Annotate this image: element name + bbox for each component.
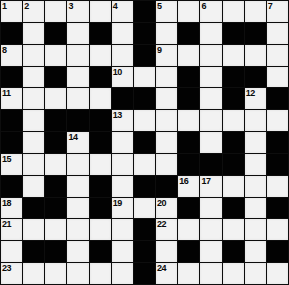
black-cell-r11c2 [45,241,66,262]
clue-number-21: 21 [2,219,11,229]
clue-number-24: 24 [157,263,166,273]
white-cell-r11c0[interactable] [1,241,22,262]
white-cell-r2c8[interactable] [178,45,199,66]
white-cell-r10c9[interactable] [200,219,221,240]
white-cell-r0c9[interactable]: 6 [200,1,221,22]
white-cell-r3c1[interactable] [23,67,44,88]
white-cell-r12c8[interactable] [178,263,199,284]
black-cell-r6c8 [178,132,199,153]
white-cell-r12c3[interactable] [67,263,88,284]
black-cell-r6c2 [45,132,66,153]
black-cell-r4c5 [112,88,133,109]
clue-number-8: 8 [2,45,7,55]
white-cell-r3c3[interactable] [67,67,88,88]
black-cell-r3c0 [1,67,22,88]
black-cell-r6c12 [267,132,288,153]
white-cell-r0c3[interactable]: 3 [67,1,88,22]
black-cell-r6c0 [1,132,22,153]
black-cell-r7c8 [178,154,199,175]
white-cell-r12c10[interactable] [223,263,244,284]
white-cell-r3c12[interactable] [267,67,288,88]
black-cell-r1c10 [223,23,244,44]
white-cell-r4c9[interactable] [200,88,221,109]
black-cell-r3c10 [223,67,244,88]
white-cell-r11c11[interactable] [245,241,266,262]
white-cell-r9c7[interactable]: 20 [156,198,177,219]
white-cell-r12c11[interactable] [245,263,266,284]
black-cell-r8c2 [45,176,66,197]
white-cell-r11c9[interactable] [200,241,221,262]
white-cell-r8c1[interactable] [23,176,44,197]
white-cell-r11c7[interactable] [156,241,177,262]
white-cell-r7c6[interactable] [134,154,155,175]
black-cell-r11c12 [267,241,288,262]
clue-number-10: 10 [113,67,122,77]
clue-number-14: 14 [68,132,77,142]
white-cell-r2c1[interactable] [23,45,44,66]
white-cell-r0c11[interactable] [245,1,266,22]
white-cell-r0c7[interactable]: 5 [156,1,177,22]
white-cell-r1c9[interactable] [200,23,221,44]
white-cell-r10c1[interactable] [23,219,44,240]
white-cell-r6c7[interactable] [156,132,177,153]
white-cell-r9c3[interactable] [67,198,88,219]
black-cell-r1c4 [90,23,111,44]
white-cell-r8c8[interactable]: 16 [178,176,199,197]
white-cell-r11c3[interactable] [67,241,88,262]
white-cell-r3c9[interactable] [200,67,221,88]
white-cell-r2c10[interactable] [223,45,244,66]
white-cell-r6c5[interactable] [112,132,133,153]
black-cell-r9c8 [178,198,199,219]
white-cell-r5c6[interactable] [134,110,155,131]
white-cell-r7c2[interactable] [45,154,66,175]
black-cell-r8c0 [1,176,22,197]
clue-number-22: 22 [157,219,166,229]
white-cell-r0c2[interactable] [45,1,66,22]
white-cell-r8c12[interactable] [267,176,288,197]
white-cell-r11c5[interactable] [112,241,133,262]
black-cell-r0c6 [134,1,155,22]
white-cell-r2c4[interactable] [90,45,111,66]
white-cell-r4c3[interactable] [67,88,88,109]
black-cell-r5c3 [67,110,88,131]
white-cell-r8c9[interactable]: 17 [200,176,221,197]
clue-number-3: 3 [68,1,73,11]
clue-number-17: 17 [201,176,210,186]
white-cell-r3c6[interactable] [134,67,155,88]
white-cell-r0c8[interactable] [178,1,199,22]
black-cell-r9c10 [223,198,244,219]
white-cell-r4c0[interactable]: 11 [1,88,22,109]
white-cell-r2c9[interactable] [200,45,221,66]
black-cell-r3c11 [245,67,266,88]
black-cell-r3c8 [178,67,199,88]
white-cell-r8c10[interactable] [223,176,244,197]
black-cell-r7c12 [267,154,288,175]
black-cell-r1c0 [1,23,22,44]
white-cell-r5c7[interactable] [156,110,177,131]
white-cell-r5c11[interactable] [245,110,266,131]
black-cell-r3c4 [90,67,111,88]
clue-number-11: 11 [2,88,11,98]
clue-number-7: 7 [268,1,273,11]
white-cell-r2c3[interactable] [67,45,88,66]
white-cell-r4c7[interactable] [156,88,177,109]
white-cell-r4c1[interactable] [23,88,44,109]
black-cell-r9c1 [23,198,44,219]
black-cell-r9c4 [90,198,111,219]
black-cell-r4c6 [134,88,155,109]
clue-number-9: 9 [157,45,162,55]
white-cell-r6c3[interactable]: 14 [67,132,88,153]
black-cell-r12c6 [134,263,155,284]
clue-number-4: 4 [113,1,118,11]
white-cell-r7c1[interactable] [23,154,44,175]
white-cell-r10c8[interactable] [178,219,199,240]
black-cell-r3c2 [45,67,66,88]
white-cell-r12c9[interactable] [200,263,221,284]
white-cell-r12c5[interactable] [112,263,133,284]
clue-number-5: 5 [157,1,162,11]
white-cell-r1c12[interactable] [267,23,288,44]
white-cell-r1c5[interactable] [112,23,133,44]
white-cell-r7c5[interactable] [112,154,133,175]
white-cell-r10c12[interactable] [267,219,288,240]
black-cell-r6c4 [90,132,111,153]
black-cell-r1c8 [178,23,199,44]
white-cell-r0c12[interactable]: 7 [267,1,288,22]
clue-number-23: 23 [2,263,11,273]
white-cell-r8c11[interactable] [245,176,266,197]
white-cell-r4c4[interactable] [90,88,111,109]
white-cell-r0c4[interactable] [90,1,111,22]
black-cell-r1c6 [134,23,155,44]
white-cell-r6c1[interactable] [23,132,44,153]
white-cell-r10c11[interactable] [245,219,266,240]
white-cell-r3c5[interactable]: 10 [112,67,133,88]
white-cell-r6c11[interactable] [245,132,266,153]
clue-number-18: 18 [2,198,11,208]
black-cell-r11c10 [223,241,244,262]
crossword-board: 123456789101112131415161718192021222324 [0,0,289,285]
white-cell-r10c5[interactable] [112,219,133,240]
white-cell-r10c0[interactable]: 21 [1,219,22,240]
white-cell-r5c10[interactable] [223,110,244,131]
white-cell-r12c1[interactable] [23,263,44,284]
black-cell-r7c9 [200,154,221,175]
white-cell-r12c4[interactable] [90,263,111,284]
white-cell-r9c11[interactable] [245,198,266,219]
black-cell-r4c12 [267,88,288,109]
white-cell-r0c5[interactable]: 4 [112,1,133,22]
black-cell-r11c1 [23,241,44,262]
white-cell-r5c12[interactable] [267,110,288,131]
white-cell-r2c7[interactable]: 9 [156,45,177,66]
clue-number-16: 16 [179,176,188,186]
black-cell-r2c6 [134,45,155,66]
white-cell-r7c7[interactable] [156,154,177,175]
black-cell-r8c7 [156,176,177,197]
white-cell-r8c3[interactable] [67,176,88,197]
white-cell-r10c10[interactable] [223,219,244,240]
white-cell-r5c8[interactable] [178,110,199,131]
white-cell-r12c2[interactable] [45,263,66,284]
white-cell-r10c7[interactable]: 22 [156,219,177,240]
clue-number-13: 13 [113,110,122,120]
black-cell-r6c10 [223,132,244,153]
white-cell-r3c7[interactable] [156,67,177,88]
white-cell-r6c9[interactable] [200,132,221,153]
black-cell-r5c2 [45,110,66,131]
white-cell-r2c0[interactable]: 8 [1,45,22,66]
black-cell-r11c6 [134,241,155,262]
white-cell-r9c5[interactable]: 19 [112,198,133,219]
white-cell-r5c5[interactable]: 13 [112,110,133,131]
white-cell-r9c0[interactable]: 18 [1,198,22,219]
black-cell-r8c6 [134,176,155,197]
white-cell-r7c0[interactable]: 15 [1,154,22,175]
clue-number-15: 15 [2,154,11,164]
white-cell-r7c11[interactable] [245,154,266,175]
white-cell-r9c9[interactable] [200,198,221,219]
black-cell-r11c8 [178,241,199,262]
white-cell-r8c5[interactable] [112,176,133,197]
clue-number-2: 2 [24,1,29,11]
black-cell-r5c4 [90,110,111,131]
white-cell-r10c2[interactable] [45,219,66,240]
clue-number-1: 1 [2,1,7,11]
clue-number-6: 6 [201,1,206,11]
white-cell-r1c1[interactable] [23,23,44,44]
white-cell-r4c2[interactable] [45,88,66,109]
white-cell-r4c11[interactable]: 12 [245,88,266,109]
white-cell-r2c11[interactable] [245,45,266,66]
black-cell-r7c10 [223,154,244,175]
white-cell-r1c7[interactable] [156,23,177,44]
white-cell-r5c9[interactable] [200,110,221,131]
white-cell-r5c1[interactable] [23,110,44,131]
white-cell-r12c0[interactable]: 23 [1,263,22,284]
white-cell-r2c5[interactable] [112,45,133,66]
white-cell-r2c12[interactable] [267,45,288,66]
white-cell-r7c4[interactable] [90,154,111,175]
black-cell-r8c4 [90,176,111,197]
white-cell-r10c3[interactable] [67,219,88,240]
black-cell-r4c10 [223,88,244,109]
white-cell-r10c4[interactable] [90,219,111,240]
clue-number-19: 19 [113,198,122,208]
white-cell-r1c3[interactable] [67,23,88,44]
white-cell-r9c6[interactable] [134,198,155,219]
clue-number-12: 12 [246,88,255,98]
black-cell-r1c2 [45,23,66,44]
white-cell-r12c7[interactable]: 24 [156,263,177,284]
black-cell-r6c6 [134,132,155,153]
black-cell-r9c2 [45,198,66,219]
white-cell-r7c3[interactable] [67,154,88,175]
white-cell-r12c12[interactable] [267,263,288,284]
black-cell-r5c0 [1,110,22,131]
white-cell-r0c0[interactable]: 1 [1,1,22,22]
white-cell-r0c1[interactable]: 2 [23,1,44,22]
white-cell-r0c10[interactable] [223,1,244,22]
black-cell-r4c8 [178,88,199,109]
black-cell-r10c6 [134,219,155,240]
black-cell-r1c11 [245,23,266,44]
white-cell-r2c2[interactable] [45,45,66,66]
clue-number-20: 20 [157,198,166,208]
black-cell-r11c4 [90,241,111,262]
black-cell-r9c12 [267,198,288,219]
